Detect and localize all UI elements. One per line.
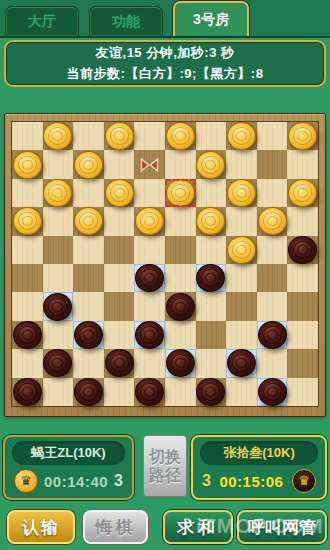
black-checker[interactable] (196, 264, 225, 292)
black-checker[interactable] (166, 349, 195, 377)
white-checker[interactable] (135, 207, 164, 235)
square-r6c5[interactable] (165, 292, 196, 320)
square-r1c7 (226, 150, 257, 178)
player-panel-black: 张拾叁(10K) 3 00:15:06 ♛ (191, 435, 327, 500)
square-r9c5 (165, 378, 196, 406)
player-name-black: 张拾叁(10K) (200, 441, 318, 465)
square-r6c7[interactable] (226, 292, 257, 320)
black-checker[interactable] (43, 349, 72, 377)
square-r5c0[interactable] (12, 264, 43, 292)
black-checker[interactable] (74, 321, 103, 349)
square-r0c2 (73, 122, 104, 150)
square-r2c9[interactable] (287, 179, 318, 207)
tab-lobby[interactable]: 大厅 (5, 6, 79, 36)
white-checker[interactable] (74, 151, 103, 179)
square-r2c7[interactable] (226, 179, 257, 207)
square-r7c2[interactable] (73, 321, 104, 349)
black-checker[interactable] (43, 293, 72, 321)
square-r0c6 (196, 122, 227, 150)
white-checker[interactable] (13, 207, 42, 235)
square-r2c5[interactable] (165, 179, 196, 207)
square-r0c9[interactable] (287, 122, 318, 150)
black-checker[interactable] (258, 321, 287, 349)
square-r5c9 (287, 264, 318, 292)
square-r4c3[interactable] (104, 236, 135, 264)
square-r2c3[interactable] (104, 179, 135, 207)
white-checker[interactable] (43, 122, 72, 150)
black-score: 3 (202, 472, 211, 490)
square-r2c1[interactable] (43, 179, 74, 207)
white-checker[interactable] (227, 179, 256, 207)
square-r6c4 (134, 292, 165, 320)
switch-path-label-2: 路径 (149, 466, 181, 485)
black-clock: 00:15:06 (219, 473, 283, 490)
square-r8c6 (196, 349, 227, 377)
black-checker[interactable] (135, 378, 164, 406)
square-r4c1[interactable] (43, 236, 74, 264)
square-r7c9 (287, 321, 318, 349)
square-r3c8[interactable] (257, 207, 288, 235)
white-checker[interactable] (196, 151, 225, 179)
black-checker[interactable] (258, 378, 287, 406)
white-checker[interactable] (105, 179, 134, 207)
call-admin-button[interactable]: 呼叫网管 (237, 510, 327, 544)
game-screen: 大厅 功能 3号房 友谊,15 分钟,加秒:3 秒 当前步数:【白方】:9;【黑… (0, 0, 330, 550)
square-r3c4[interactable] (134, 207, 165, 235)
square-r2c2 (73, 179, 104, 207)
white-clock: 00:14:40 (44, 473, 108, 490)
white-checker[interactable] (43, 179, 72, 207)
square-r7c1 (43, 321, 74, 349)
square-r3c2[interactable] (73, 207, 104, 235)
square-r2c0 (12, 179, 43, 207)
black-checker[interactable] (166, 293, 195, 321)
square-r6c9[interactable] (287, 292, 318, 320)
square-r6c1[interactable] (43, 292, 74, 320)
last-move-from-marker (140, 158, 159, 172)
square-r1c5 (165, 150, 196, 178)
square-r9c2[interactable] (73, 378, 104, 406)
square-r6c6 (196, 292, 227, 320)
square-r0c7[interactable] (226, 122, 257, 150)
square-r5c8[interactable] (257, 264, 288, 292)
square-r5c1 (43, 264, 74, 292)
square-r1c8[interactable] (257, 150, 288, 178)
square-r9c4[interactable] (134, 378, 165, 406)
square-r5c6[interactable] (196, 264, 227, 292)
board-frame (4, 113, 326, 417)
square-r3c0[interactable] (12, 207, 43, 235)
square-r3c6[interactable] (196, 207, 227, 235)
undo-button[interactable]: 悔棋 (83, 510, 148, 544)
tab-room-3[interactable]: 3号房 (173, 1, 249, 36)
square-r1c0[interactable] (12, 150, 43, 178)
black-checker[interactable] (288, 236, 317, 264)
square-r5c2[interactable] (73, 264, 104, 292)
square-r8c1[interactable] (43, 349, 74, 377)
square-r1c9 (287, 150, 318, 178)
square-r3c9 (287, 207, 318, 235)
square-r4c0 (12, 236, 43, 264)
square-r3c3 (104, 207, 135, 235)
white-checker[interactable] (74, 207, 103, 235)
resign-button[interactable]: 认输 (7, 510, 75, 544)
black-checker[interactable] (196, 378, 225, 406)
white-checker[interactable] (288, 179, 317, 207)
square-r8c9[interactable] (287, 349, 318, 377)
square-r7c6[interactable] (196, 321, 227, 349)
black-checker[interactable] (13, 321, 42, 349)
square-r4c9[interactable] (287, 236, 318, 264)
square-r6c0 (12, 292, 43, 320)
square-r6c3[interactable] (104, 292, 135, 320)
square-r9c8[interactable] (257, 378, 288, 406)
square-r9c1 (43, 378, 74, 406)
square-r8c8 (257, 349, 288, 377)
white-checker[interactable] (166, 179, 195, 207)
square-r7c3 (104, 321, 135, 349)
square-r6c8 (257, 292, 288, 320)
square-r9c0[interactable] (12, 378, 43, 406)
square-r7c4[interactable] (134, 321, 165, 349)
square-r0c5[interactable] (165, 122, 196, 150)
white-checker[interactable] (105, 122, 134, 150)
square-r4c2 (73, 236, 104, 264)
square-r0c4 (134, 122, 165, 150)
square-r2c8 (257, 179, 288, 207)
square-r8c2 (73, 349, 104, 377)
square-r7c0[interactable] (12, 321, 43, 349)
square-r8c3[interactable] (104, 349, 135, 377)
square-r1c4[interactable] (134, 150, 165, 178)
white-checker[interactable] (196, 207, 225, 235)
square-r1c2[interactable] (73, 150, 104, 178)
square-r3c1 (43, 207, 74, 235)
square-r5c7 (226, 264, 257, 292)
square-r9c6[interactable] (196, 378, 227, 406)
white-checker[interactable] (13, 151, 42, 179)
white-checker[interactable] (227, 236, 256, 264)
switch-path-button[interactable]: 切换 路径 (143, 435, 187, 497)
square-r8c7[interactable] (226, 349, 257, 377)
square-r2c4 (134, 179, 165, 207)
player-name-white: 蝎王ZL(10K) (12, 441, 125, 465)
square-r8c5[interactable] (165, 349, 196, 377)
white-checker[interactable] (288, 122, 317, 150)
square-r4c6 (196, 236, 227, 264)
white-checker[interactable] (258, 207, 287, 235)
black-checker[interactable] (135, 321, 164, 349)
square-r3c7 (226, 207, 257, 235)
white-checker[interactable] (227, 122, 256, 150)
black-checker[interactable] (13, 378, 42, 406)
black-checker[interactable] (105, 349, 134, 377)
black-side-crown-icon: ♛ (292, 469, 316, 493)
square-r9c9 (287, 378, 318, 406)
white-side-crown-icon: ♛ (14, 469, 38, 493)
switch-path-label-1: 切换 (149, 447, 181, 466)
square-r9c3 (104, 378, 135, 406)
white-checker[interactable] (166, 122, 195, 150)
square-r1c3 (104, 150, 135, 178)
square-r7c7 (226, 321, 257, 349)
square-r0c3[interactable] (104, 122, 135, 150)
square-r5c5 (165, 264, 196, 292)
square-r9c7 (226, 378, 257, 406)
black-checker[interactable] (135, 264, 164, 292)
black-checker[interactable] (74, 378, 103, 406)
square-r6c2 (73, 292, 104, 320)
player-panel-white: 蝎王ZL(10K) ♛ 00:14:40 3 (3, 435, 134, 500)
square-r2c6 (196, 179, 227, 207)
square-r4c7[interactable] (226, 236, 257, 264)
square-r0c0 (12, 122, 43, 150)
square-r0c1[interactable] (43, 122, 74, 150)
square-r4c8 (257, 236, 288, 264)
square-r7c5 (165, 321, 196, 349)
square-r7c8[interactable] (257, 321, 288, 349)
white-score: 3 (114, 472, 123, 490)
square-r4c5[interactable] (165, 236, 196, 264)
square-r5c3 (104, 264, 135, 292)
offer-draw-button[interactable]: 求和 (163, 510, 233, 544)
square-r3c5 (165, 207, 196, 235)
square-r0c8 (257, 122, 288, 150)
black-checker[interactable] (227, 349, 256, 377)
move-count-text: 当前步数:【白方】:9;【黑方】:8 (6, 65, 324, 83)
square-r8c4 (134, 349, 165, 377)
match-rules-text: 友谊,15 分钟,加秒:3 秒 (6, 44, 324, 62)
tab-bar: 大厅 功能 3号房 (0, 0, 330, 38)
tab-functions[interactable]: 功能 (89, 6, 163, 36)
board-grid (12, 122, 318, 406)
square-r5c4[interactable] (134, 264, 165, 292)
square-r1c1 (43, 150, 74, 178)
square-r4c4 (134, 236, 165, 264)
square-r8c0 (12, 349, 43, 377)
match-info-box: 友谊,15 分钟,加秒:3 秒 当前步数:【白方】:9;【黑方】:8 (4, 40, 326, 87)
square-r1c6[interactable] (196, 150, 227, 178)
